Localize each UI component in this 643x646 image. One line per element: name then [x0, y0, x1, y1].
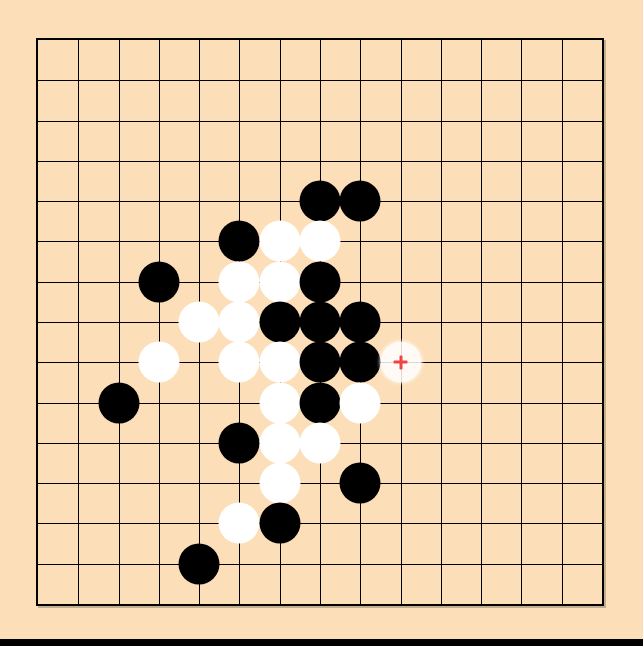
board-cell[interactable] — [401, 523, 441, 563]
board-cell[interactable] — [38, 121, 78, 161]
go-board[interactable] — [36, 38, 604, 606]
board-cell[interactable] — [481, 564, 521, 604]
board-cell[interactable] — [401, 241, 441, 281]
board-cell[interactable] — [199, 40, 239, 80]
board-cell[interactable] — [562, 322, 602, 362]
board-cell[interactable] — [239, 40, 279, 80]
board-cell[interactable] — [159, 564, 199, 604]
board-cell[interactable] — [441, 403, 481, 443]
board-cell[interactable] — [360, 523, 400, 563]
board-cell[interactable] — [481, 282, 521, 322]
board-cell[interactable] — [481, 443, 521, 483]
board-cell[interactable] — [239, 80, 279, 120]
board-cell[interactable] — [280, 523, 320, 563]
board-cell[interactable] — [239, 322, 279, 362]
board-cell[interactable] — [239, 483, 279, 523]
board-cell[interactable] — [78, 121, 118, 161]
board-cell[interactable] — [38, 322, 78, 362]
board-cell[interactable] — [199, 201, 239, 241]
board-cell[interactable] — [78, 564, 118, 604]
board-cell[interactable] — [78, 322, 118, 362]
board-cell[interactable] — [78, 483, 118, 523]
board-cell[interactable] — [562, 40, 602, 80]
board-cell[interactable] — [38, 362, 78, 402]
board-cell[interactable] — [119, 523, 159, 563]
board-cell[interactable] — [78, 80, 118, 120]
board-cell[interactable] — [562, 362, 602, 402]
board-cell[interactable] — [199, 121, 239, 161]
board-cell[interactable] — [521, 201, 561, 241]
board-cell[interactable] — [481, 403, 521, 443]
board-cell[interactable] — [521, 241, 561, 281]
board-cell[interactable] — [521, 443, 561, 483]
board-cell[interactable] — [562, 564, 602, 604]
board-cell[interactable] — [199, 80, 239, 120]
bottom-bar — [0, 639, 643, 646]
board-cell[interactable] — [239, 121, 279, 161]
board-cell[interactable] — [320, 121, 360, 161]
board-cell[interactable] — [360, 362, 400, 402]
board-cell[interactable] — [280, 282, 320, 322]
board-cell[interactable] — [119, 40, 159, 80]
board-cell[interactable] — [38, 443, 78, 483]
board-cell[interactable] — [239, 523, 279, 563]
board-cell[interactable] — [280, 483, 320, 523]
board-cell[interactable] — [360, 282, 400, 322]
board-cell[interactable] — [159, 282, 199, 322]
board-cell[interactable] — [562, 241, 602, 281]
board-cell[interactable] — [521, 80, 561, 120]
board-cell[interactable] — [360, 80, 400, 120]
board-cell[interactable] — [320, 201, 360, 241]
board-cell[interactable] — [199, 523, 239, 563]
board-cell[interactable] — [159, 40, 199, 80]
board-cell[interactable] — [280, 121, 320, 161]
board-cell[interactable] — [199, 161, 239, 201]
board-cell[interactable] — [199, 564, 239, 604]
board-cell[interactable] — [38, 282, 78, 322]
board-cell[interactable] — [441, 564, 481, 604]
board-cell[interactable] — [360, 241, 400, 281]
board-cell[interactable] — [239, 564, 279, 604]
board-cell[interactable] — [481, 322, 521, 362]
board-cell[interactable] — [481, 161, 521, 201]
board-cell[interactable] — [320, 241, 360, 281]
board-cell[interactable] — [159, 121, 199, 161]
board-cell[interactable] — [119, 201, 159, 241]
board-cell[interactable] — [562, 443, 602, 483]
board-cell[interactable] — [562, 121, 602, 161]
board-cell[interactable] — [78, 403, 118, 443]
board-cell[interactable] — [119, 403, 159, 443]
board-cell[interactable] — [320, 483, 360, 523]
board-cell[interactable] — [441, 80, 481, 120]
board-cell[interactable] — [239, 362, 279, 402]
board-cell[interactable] — [159, 201, 199, 241]
board-cell[interactable] — [38, 564, 78, 604]
board-cell[interactable] — [199, 241, 239, 281]
board-cell[interactable] — [481, 362, 521, 402]
board-cell[interactable] — [441, 40, 481, 80]
board-cell[interactable] — [481, 201, 521, 241]
board-cell[interactable] — [562, 80, 602, 120]
board-cell[interactable] — [38, 201, 78, 241]
board-cell[interactable] — [239, 443, 279, 483]
board-cell[interactable] — [199, 483, 239, 523]
board-cell[interactable] — [401, 483, 441, 523]
board-cell[interactable] — [239, 241, 279, 281]
board-cell[interactable] — [280, 403, 320, 443]
board-cell[interactable] — [521, 403, 561, 443]
board-cell[interactable] — [119, 161, 159, 201]
board-cell[interactable] — [401, 282, 441, 322]
board-cell[interactable] — [239, 201, 279, 241]
page-background: ●●●●●●●●●●●●●●●●●●●●●●●●●●●●●●●● — [0, 0, 643, 646]
board-cell[interactable] — [401, 40, 441, 80]
board-cell[interactable] — [481, 40, 521, 80]
board-cell[interactable] — [78, 241, 118, 281]
board-cell[interactable] — [239, 403, 279, 443]
board-cell[interactable] — [199, 403, 239, 443]
board-cell[interactable] — [481, 523, 521, 563]
board-cell[interactable] — [360, 201, 400, 241]
board-cell[interactable] — [280, 201, 320, 241]
board-cell[interactable] — [441, 443, 481, 483]
board-cell[interactable] — [360, 443, 400, 483]
board-cell[interactable] — [441, 483, 481, 523]
board-cell[interactable] — [360, 40, 400, 80]
board-cell[interactable] — [320, 523, 360, 563]
board-cell[interactable] — [159, 161, 199, 201]
board-cell[interactable] — [360, 322, 400, 362]
board-cell[interactable] — [320, 161, 360, 201]
board-cell[interactable] — [78, 443, 118, 483]
board-cell[interactable] — [78, 523, 118, 563]
board-cell[interactable] — [441, 241, 481, 281]
board-cell[interactable] — [78, 362, 118, 402]
board-cell[interactable] — [159, 483, 199, 523]
board-cell[interactable] — [78, 40, 118, 80]
board-cell[interactable] — [521, 282, 561, 322]
board-cell[interactable] — [159, 241, 199, 281]
board-cell[interactable] — [441, 322, 481, 362]
board-cell[interactable] — [401, 80, 441, 120]
board-cell[interactable] — [119, 282, 159, 322]
board-cell[interactable] — [38, 80, 78, 120]
board-cell[interactable] — [239, 282, 279, 322]
board-cell[interactable] — [401, 362, 441, 402]
board-cell[interactable] — [360, 403, 400, 443]
board-cell[interactable] — [521, 362, 561, 402]
board-cell[interactable] — [320, 564, 360, 604]
board-cell[interactable] — [360, 564, 400, 604]
board-cell[interactable] — [119, 121, 159, 161]
board-cell[interactable] — [320, 40, 360, 80]
board-cell[interactable] — [119, 483, 159, 523]
board-cell[interactable] — [401, 121, 441, 161]
board-cell[interactable] — [119, 322, 159, 362]
board-cell[interactable] — [481, 121, 521, 161]
board-cell[interactable] — [320, 80, 360, 120]
board-cell[interactable] — [159, 80, 199, 120]
board-cell[interactable] — [38, 523, 78, 563]
board-cell[interactable] — [199, 322, 239, 362]
board-cell[interactable] — [562, 282, 602, 322]
board-cell[interactable] — [78, 282, 118, 322]
board-cell[interactable] — [562, 201, 602, 241]
board-cell[interactable] — [199, 443, 239, 483]
board-cell[interactable] — [360, 483, 400, 523]
board-cell[interactable] — [320, 362, 360, 402]
board-cell[interactable] — [119, 443, 159, 483]
board-cell[interactable] — [38, 161, 78, 201]
board-cell[interactable] — [401, 161, 441, 201]
board-cell[interactable] — [441, 282, 481, 322]
board-cell[interactable] — [119, 241, 159, 281]
board-cell[interactable] — [199, 362, 239, 402]
board-cell[interactable] — [401, 403, 441, 443]
board-cell[interactable] — [280, 241, 320, 281]
board-cell[interactable] — [239, 161, 279, 201]
board-cell[interactable] — [159, 362, 199, 402]
board-cell[interactable] — [280, 564, 320, 604]
board-cell[interactable] — [320, 322, 360, 362]
board-cell[interactable] — [119, 564, 159, 604]
board-cell[interactable] — [159, 523, 199, 563]
board-cell[interactable] — [401, 443, 441, 483]
board-cell[interactable] — [521, 322, 561, 362]
board-cell[interactable] — [562, 403, 602, 443]
board-cell[interactable] — [280, 443, 320, 483]
board-cell[interactable] — [78, 201, 118, 241]
board-cell[interactable] — [280, 40, 320, 80]
board-cell[interactable] — [38, 40, 78, 80]
board-cell[interactable] — [119, 362, 159, 402]
board-cell[interactable] — [320, 403, 360, 443]
board-cell[interactable] — [441, 362, 481, 402]
board-cell[interactable] — [159, 403, 199, 443]
board-cell[interactable] — [401, 201, 441, 241]
board-cell[interactable] — [320, 443, 360, 483]
board-cell[interactable] — [38, 403, 78, 443]
board-cell[interactable] — [521, 523, 561, 563]
board-cell[interactable] — [441, 523, 481, 563]
board-cell[interactable] — [280, 322, 320, 362]
board-cell[interactable] — [280, 362, 320, 402]
board-cell[interactable] — [280, 80, 320, 120]
board-cell[interactable] — [38, 241, 78, 281]
board-cell[interactable] — [280, 161, 320, 201]
board-cell[interactable] — [78, 161, 118, 201]
board-cell[interactable] — [562, 483, 602, 523]
board-cell[interactable] — [562, 523, 602, 563]
board-cell[interactable] — [521, 564, 561, 604]
board-cell[interactable] — [38, 483, 78, 523]
board-cell[interactable] — [521, 121, 561, 161]
board-cell[interactable] — [562, 161, 602, 201]
board-cell[interactable] — [441, 161, 481, 201]
board-cell[interactable] — [320, 282, 360, 322]
board-cell[interactable] — [401, 564, 441, 604]
board-cell[interactable] — [481, 80, 521, 120]
board-cell[interactable] — [521, 483, 561, 523]
board-cell[interactable] — [401, 322, 441, 362]
board-cell[interactable] — [360, 121, 400, 161]
board-cell[interactable] — [199, 282, 239, 322]
board-cell[interactable] — [481, 241, 521, 281]
board-cell[interactable] — [481, 483, 521, 523]
board-cell[interactable] — [441, 201, 481, 241]
board-cell[interactable] — [441, 121, 481, 161]
board-cell[interactable] — [119, 80, 159, 120]
board-cell[interactable] — [159, 443, 199, 483]
board-cell[interactable] — [159, 322, 199, 362]
board-cell[interactable] — [521, 161, 561, 201]
board-cell[interactable] — [521, 40, 561, 80]
board-cell[interactable] — [360, 161, 400, 201]
